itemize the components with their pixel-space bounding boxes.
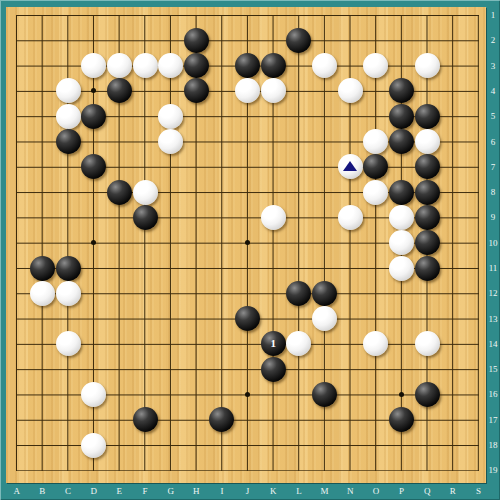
white-stone-J4[interactable] <box>235 78 260 103</box>
white-stone-N7[interactable] <box>338 154 363 179</box>
point-C2[interactable] <box>55 28 81 53</box>
point-I10[interactable] <box>209 230 235 255</box>
point-O19[interactable] <box>363 458 389 483</box>
white-stone-M13[interactable] <box>312 306 337 331</box>
point-D1[interactable] <box>81 2 107 27</box>
white-stone-G3[interactable] <box>158 53 183 78</box>
point-C11[interactable] <box>55 255 81 280</box>
point-E8[interactable] <box>107 179 133 204</box>
point-J9[interactable] <box>235 205 261 230</box>
point-N2[interactable] <box>337 28 363 53</box>
point-Q17[interactable] <box>414 407 440 432</box>
black-stone-L2[interactable] <box>286 28 311 53</box>
point-O8[interactable] <box>363 179 389 204</box>
point-Q4[interactable] <box>414 78 440 103</box>
white-stone-C14[interactable] <box>56 331 81 356</box>
point-H3[interactable] <box>183 53 209 78</box>
point-J5[interactable] <box>235 104 261 129</box>
point-O2[interactable] <box>363 28 389 53</box>
point-C7[interactable] <box>55 154 81 179</box>
point-K16[interactable] <box>260 382 286 407</box>
white-stone-G5[interactable] <box>158 104 183 129</box>
point-H16[interactable] <box>183 382 209 407</box>
point-M10[interactable] <box>312 230 338 255</box>
point-F1[interactable] <box>132 2 158 27</box>
point-L17[interactable] <box>286 407 312 432</box>
point-O10[interactable] <box>363 230 389 255</box>
point-H17[interactable] <box>183 407 209 432</box>
point-A17[interactable] <box>4 407 30 432</box>
point-O18[interactable] <box>363 432 389 457</box>
black-stone-J13[interactable] <box>235 306 260 331</box>
white-stone-N9[interactable] <box>338 205 363 230</box>
point-H14[interactable] <box>183 331 209 356</box>
point-P15[interactable] <box>389 357 415 382</box>
black-stone-K3[interactable] <box>261 53 286 78</box>
point-I8[interactable] <box>209 179 235 204</box>
point-C19[interactable] <box>55 458 81 483</box>
point-O7[interactable] <box>363 154 389 179</box>
point-N19[interactable] <box>337 458 363 483</box>
point-K1[interactable] <box>260 2 286 27</box>
white-stone-N4[interactable] <box>338 78 363 103</box>
point-A1[interactable] <box>4 2 30 27</box>
point-K4[interactable] <box>260 78 286 103</box>
point-A5[interactable] <box>4 104 30 129</box>
point-L11[interactable] <box>286 255 312 280</box>
white-stone-D3[interactable] <box>81 53 106 78</box>
point-G14[interactable] <box>158 331 184 356</box>
black-stone-Q9[interactable] <box>415 205 440 230</box>
point-F5[interactable] <box>132 104 158 129</box>
point-I14[interactable] <box>209 331 235 356</box>
point-P16[interactable] <box>389 382 415 407</box>
point-A9[interactable] <box>4 205 30 230</box>
point-B16[interactable] <box>30 382 56 407</box>
point-F9[interactable] <box>132 205 158 230</box>
point-H5[interactable] <box>183 104 209 129</box>
point-P1[interactable] <box>389 2 415 27</box>
point-N11[interactable] <box>337 255 363 280</box>
point-B7[interactable] <box>30 154 56 179</box>
point-O1[interactable] <box>363 2 389 27</box>
point-M8[interactable] <box>312 179 338 204</box>
point-P18[interactable] <box>389 432 415 457</box>
point-Q18[interactable] <box>414 432 440 457</box>
point-R10[interactable] <box>440 230 466 255</box>
point-D9[interactable] <box>81 205 107 230</box>
point-I19[interactable] <box>209 458 235 483</box>
black-stone-D5[interactable] <box>81 104 106 129</box>
point-Q6[interactable] <box>414 129 440 154</box>
point-I1[interactable] <box>209 2 235 27</box>
point-E6[interactable] <box>107 129 133 154</box>
point-D19[interactable] <box>81 458 107 483</box>
point-M16[interactable] <box>312 382 338 407</box>
point-E19[interactable] <box>107 458 133 483</box>
point-L16[interactable] <box>286 382 312 407</box>
point-P9[interactable] <box>389 205 415 230</box>
point-H11[interactable] <box>183 255 209 280</box>
point-K17[interactable] <box>260 407 286 432</box>
point-Q5[interactable] <box>414 104 440 129</box>
white-stone-D16[interactable] <box>81 382 106 407</box>
point-A19[interactable] <box>4 458 30 483</box>
point-O13[interactable] <box>363 306 389 331</box>
point-L1[interactable] <box>286 2 312 27</box>
point-Q7[interactable] <box>414 154 440 179</box>
point-J14[interactable] <box>235 331 261 356</box>
point-N4[interactable] <box>337 78 363 103</box>
point-I16[interactable] <box>209 382 235 407</box>
point-E4[interactable] <box>107 78 133 103</box>
white-stone-K9[interactable] <box>261 205 286 230</box>
point-H6[interactable] <box>183 129 209 154</box>
point-R7[interactable] <box>440 154 466 179</box>
point-A10[interactable] <box>4 230 30 255</box>
point-M7[interactable] <box>312 154 338 179</box>
point-B2[interactable] <box>30 28 56 53</box>
point-E13[interactable] <box>107 306 133 331</box>
black-stone-D7[interactable] <box>81 154 106 179</box>
point-L9[interactable] <box>286 205 312 230</box>
point-M4[interactable] <box>312 78 338 103</box>
white-stone-P11[interactable] <box>389 256 414 281</box>
point-H19[interactable] <box>183 458 209 483</box>
black-stone-M12[interactable] <box>312 281 337 306</box>
point-A16[interactable] <box>4 382 30 407</box>
point-D18[interactable] <box>81 432 107 457</box>
point-E16[interactable] <box>107 382 133 407</box>
point-O14[interactable] <box>363 331 389 356</box>
point-F3[interactable] <box>132 53 158 78</box>
point-R14[interactable] <box>440 331 466 356</box>
point-A12[interactable] <box>4 281 30 306</box>
point-O16[interactable] <box>363 382 389 407</box>
point-E15[interactable] <box>107 357 133 382</box>
point-G13[interactable] <box>158 306 184 331</box>
point-B3[interactable] <box>30 53 56 78</box>
black-stone-F9[interactable] <box>133 205 158 230</box>
black-stone-B11[interactable] <box>30 256 55 281</box>
point-P17[interactable] <box>389 407 415 432</box>
black-stone-Q7[interactable] <box>415 154 440 179</box>
point-J4[interactable] <box>235 78 261 103</box>
point-O3[interactable] <box>363 53 389 78</box>
point-E18[interactable] <box>107 432 133 457</box>
point-E10[interactable] <box>107 230 133 255</box>
point-J6[interactable] <box>235 129 261 154</box>
black-stone-P17[interactable] <box>389 407 414 432</box>
point-F16[interactable] <box>132 382 158 407</box>
point-P10[interactable] <box>389 230 415 255</box>
point-R5[interactable] <box>440 104 466 129</box>
point-R4[interactable] <box>440 78 466 103</box>
point-O5[interactable] <box>363 104 389 129</box>
point-P11[interactable] <box>389 255 415 280</box>
point-M18[interactable] <box>312 432 338 457</box>
black-stone-K15[interactable] <box>261 357 286 382</box>
point-K11[interactable] <box>260 255 286 280</box>
black-stone-J3[interactable] <box>235 53 260 78</box>
white-stone-P9[interactable] <box>389 205 414 230</box>
black-stone-P5[interactable] <box>389 104 414 129</box>
point-R18[interactable] <box>440 432 466 457</box>
point-L18[interactable] <box>286 432 312 457</box>
black-stone-P6[interactable] <box>389 129 414 154</box>
black-stone-Q5[interactable] <box>415 104 440 129</box>
point-R15[interactable] <box>440 357 466 382</box>
point-F7[interactable] <box>132 154 158 179</box>
point-C14[interactable] <box>55 331 81 356</box>
point-G1[interactable] <box>158 2 184 27</box>
point-Q19[interactable] <box>414 458 440 483</box>
point-F11[interactable] <box>132 255 158 280</box>
point-B8[interactable] <box>30 179 56 204</box>
point-F4[interactable] <box>132 78 158 103</box>
point-A8[interactable] <box>4 179 30 204</box>
black-stone-E4[interactable] <box>107 78 132 103</box>
point-P2[interactable] <box>389 28 415 53</box>
point-R12[interactable] <box>440 281 466 306</box>
point-Q16[interactable] <box>414 382 440 407</box>
point-A7[interactable] <box>4 154 30 179</box>
point-L4[interactable] <box>286 78 312 103</box>
point-I12[interactable] <box>209 281 235 306</box>
point-O11[interactable] <box>363 255 389 280</box>
point-D8[interactable] <box>81 179 107 204</box>
point-G7[interactable] <box>158 154 184 179</box>
point-O17[interactable] <box>363 407 389 432</box>
point-Q9[interactable] <box>414 205 440 230</box>
point-D11[interactable] <box>81 255 107 280</box>
point-J13[interactable] <box>235 306 261 331</box>
point-A2[interactable] <box>4 28 30 53</box>
point-F8[interactable] <box>132 179 158 204</box>
white-stone-D18[interactable] <box>81 433 106 458</box>
point-E2[interactable] <box>107 28 133 53</box>
point-D17[interactable] <box>81 407 107 432</box>
black-stone-I17[interactable] <box>209 407 234 432</box>
point-B4[interactable] <box>30 78 56 103</box>
point-E1[interactable] <box>107 2 133 27</box>
white-stone-P10[interactable] <box>389 230 414 255</box>
point-J19[interactable] <box>235 458 261 483</box>
white-stone-E3[interactable] <box>107 53 132 78</box>
point-N1[interactable] <box>337 2 363 27</box>
point-F14[interactable] <box>132 331 158 356</box>
point-M6[interactable] <box>312 129 338 154</box>
point-H8[interactable] <box>183 179 209 204</box>
point-F2[interactable] <box>132 28 158 53</box>
point-B9[interactable] <box>30 205 56 230</box>
point-J12[interactable] <box>235 281 261 306</box>
point-O6[interactable] <box>363 129 389 154</box>
point-G6[interactable] <box>158 129 184 154</box>
white-stone-L14[interactable] <box>286 331 311 356</box>
point-E17[interactable] <box>107 407 133 432</box>
point-H18[interactable] <box>183 432 209 457</box>
point-M5[interactable] <box>312 104 338 129</box>
point-K8[interactable] <box>260 179 286 204</box>
point-C17[interactable] <box>55 407 81 432</box>
point-A15[interactable] <box>4 357 30 382</box>
point-K10[interactable] <box>260 230 286 255</box>
point-H13[interactable] <box>183 306 209 331</box>
point-P19[interactable] <box>389 458 415 483</box>
point-A6[interactable] <box>4 129 30 154</box>
point-N5[interactable] <box>337 104 363 129</box>
black-stone-O7[interactable] <box>363 154 388 179</box>
point-R6[interactable] <box>440 129 466 154</box>
point-D3[interactable] <box>81 53 107 78</box>
point-H9[interactable] <box>183 205 209 230</box>
point-P12[interactable] <box>389 281 415 306</box>
point-R13[interactable] <box>440 306 466 331</box>
point-P5[interactable] <box>389 104 415 129</box>
point-L10[interactable] <box>286 230 312 255</box>
point-D15[interactable] <box>81 357 107 382</box>
point-Q8[interactable] <box>414 179 440 204</box>
point-I4[interactable] <box>209 78 235 103</box>
point-L3[interactable] <box>286 53 312 78</box>
point-K13[interactable] <box>260 306 286 331</box>
point-N13[interactable] <box>337 306 363 331</box>
point-P8[interactable] <box>389 179 415 204</box>
point-G9[interactable] <box>158 205 184 230</box>
point-G18[interactable] <box>158 432 184 457</box>
point-G4[interactable] <box>158 78 184 103</box>
point-J17[interactable] <box>235 407 261 432</box>
point-C5[interactable] <box>55 104 81 129</box>
point-J11[interactable] <box>235 255 261 280</box>
point-M12[interactable] <box>312 281 338 306</box>
white-stone-Q14[interactable] <box>415 331 440 356</box>
point-L2[interactable] <box>286 28 312 53</box>
point-I17[interactable] <box>209 407 235 432</box>
point-G11[interactable] <box>158 255 184 280</box>
point-B12[interactable] <box>30 281 56 306</box>
point-E12[interactable] <box>107 281 133 306</box>
point-M13[interactable] <box>312 306 338 331</box>
black-stone-F17[interactable] <box>133 407 158 432</box>
point-F6[interactable] <box>132 129 158 154</box>
black-stone-Q8[interactable] <box>415 180 440 205</box>
white-stone-C4[interactable] <box>56 78 81 103</box>
point-P14[interactable] <box>389 331 415 356</box>
point-C13[interactable] <box>55 306 81 331</box>
point-L13[interactable] <box>286 306 312 331</box>
point-C6[interactable] <box>55 129 81 154</box>
point-R19[interactable] <box>440 458 466 483</box>
black-stone-L12[interactable] <box>286 281 311 306</box>
point-R11[interactable] <box>440 255 466 280</box>
point-M1[interactable] <box>312 2 338 27</box>
point-K14[interactable]: 1 <box>260 331 286 356</box>
white-stone-O14[interactable] <box>363 331 388 356</box>
point-R2[interactable] <box>440 28 466 53</box>
point-M3[interactable] <box>312 53 338 78</box>
point-G5[interactable] <box>158 104 184 129</box>
white-stone-Q6[interactable] <box>415 129 440 154</box>
point-G17[interactable] <box>158 407 184 432</box>
point-C3[interactable] <box>55 53 81 78</box>
point-Q11[interactable] <box>414 255 440 280</box>
point-G16[interactable] <box>158 382 184 407</box>
point-N9[interactable] <box>337 205 363 230</box>
point-H2[interactable] <box>183 28 209 53</box>
point-L12[interactable] <box>286 281 312 306</box>
point-B19[interactable] <box>30 458 56 483</box>
point-M9[interactable] <box>312 205 338 230</box>
point-H15[interactable] <box>183 357 209 382</box>
point-N14[interactable] <box>337 331 363 356</box>
point-K3[interactable] <box>260 53 286 78</box>
point-L7[interactable] <box>286 154 312 179</box>
point-B1[interactable] <box>30 2 56 27</box>
point-C9[interactable] <box>55 205 81 230</box>
white-stone-G6[interactable] <box>158 129 183 154</box>
point-O9[interactable] <box>363 205 389 230</box>
point-D5[interactable] <box>81 104 107 129</box>
black-stone-P4[interactable] <box>389 78 414 103</box>
point-J15[interactable] <box>235 357 261 382</box>
point-L15[interactable] <box>286 357 312 382</box>
point-N17[interactable] <box>337 407 363 432</box>
point-N18[interactable] <box>337 432 363 457</box>
point-C15[interactable] <box>55 357 81 382</box>
point-M11[interactable] <box>312 255 338 280</box>
point-K12[interactable] <box>260 281 286 306</box>
black-stone-H4[interactable] <box>184 78 209 103</box>
point-P4[interactable] <box>389 78 415 103</box>
point-M2[interactable] <box>312 28 338 53</box>
point-G2[interactable] <box>158 28 184 53</box>
black-stone-Q10[interactable] <box>415 230 440 255</box>
point-G12[interactable] <box>158 281 184 306</box>
point-N10[interactable] <box>337 230 363 255</box>
black-stone-E8[interactable] <box>107 180 132 205</box>
white-stone-O8[interactable] <box>363 180 388 205</box>
point-J7[interactable] <box>235 154 261 179</box>
black-stone-C6[interactable] <box>56 129 81 154</box>
black-stone-P8[interactable] <box>389 180 414 205</box>
point-R16[interactable] <box>440 382 466 407</box>
point-F13[interactable] <box>132 306 158 331</box>
point-M17[interactable] <box>312 407 338 432</box>
point-I3[interactable] <box>209 53 235 78</box>
point-N8[interactable] <box>337 179 363 204</box>
point-I9[interactable] <box>209 205 235 230</box>
point-H1[interactable] <box>183 2 209 27</box>
point-G3[interactable] <box>158 53 184 78</box>
point-I2[interactable] <box>209 28 235 53</box>
point-K7[interactable] <box>260 154 286 179</box>
point-N7[interactable] <box>337 154 363 179</box>
white-stone-Q3[interactable] <box>415 53 440 78</box>
white-stone-O6[interactable] <box>363 129 388 154</box>
point-G10[interactable] <box>158 230 184 255</box>
point-R17[interactable] <box>440 407 466 432</box>
black-stone-M16[interactable] <box>312 382 337 407</box>
point-I11[interactable] <box>209 255 235 280</box>
point-F12[interactable] <box>132 281 158 306</box>
point-B14[interactable] <box>30 331 56 356</box>
point-B11[interactable] <box>30 255 56 280</box>
point-L5[interactable] <box>286 104 312 129</box>
point-M15[interactable] <box>312 357 338 382</box>
point-L19[interactable] <box>286 458 312 483</box>
